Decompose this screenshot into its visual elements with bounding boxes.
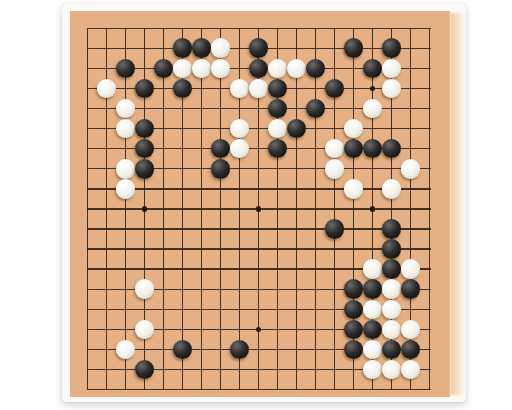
- black-stone: [344, 300, 364, 320]
- white-stone: [401, 320, 421, 340]
- black-stone: [382, 259, 402, 279]
- white-stone: [363, 259, 383, 279]
- black-stone: [135, 159, 155, 179]
- white-stone: [287, 59, 307, 79]
- white-stone: [135, 320, 155, 340]
- white-stone: [344, 119, 364, 139]
- white-stone: [363, 300, 383, 320]
- black-stone: [344, 340, 364, 360]
- white-stone: [97, 79, 117, 99]
- black-stone: [306, 59, 326, 79]
- black-stone: [382, 38, 402, 58]
- white-stone: [401, 259, 421, 279]
- white-stone: [401, 159, 421, 179]
- black-stone: [249, 38, 269, 58]
- white-stone: [382, 279, 402, 299]
- board-grid: [87, 28, 431, 391]
- black-stone: [173, 340, 193, 360]
- black-stone: [363, 59, 383, 79]
- black-stone: [268, 99, 288, 119]
- black-stone: [211, 139, 231, 159]
- white-stone: [230, 119, 250, 139]
- black-stone: [325, 79, 345, 99]
- star-point: [256, 206, 262, 212]
- grid-line-horizontal: [87, 389, 431, 390]
- black-stone: [268, 139, 288, 159]
- screenshot-stage: [0, 0, 512, 410]
- black-stone: [382, 219, 402, 239]
- black-stone: [401, 340, 421, 360]
- white-stone: [173, 59, 193, 79]
- black-stone: [344, 38, 364, 58]
- white-stone: [230, 139, 250, 159]
- black-stone: [363, 279, 383, 299]
- black-stone: [173, 79, 193, 99]
- white-stone: [268, 59, 288, 79]
- white-stone: [344, 179, 364, 199]
- white-stone: [116, 99, 136, 119]
- black-stone: [116, 59, 136, 79]
- star-point: [370, 86, 376, 92]
- white-stone: [325, 159, 345, 179]
- board-side-face: [450, 13, 465, 395]
- white-stone: [363, 360, 383, 380]
- white-stone: [382, 79, 402, 99]
- white-stone: [382, 59, 402, 79]
- black-stone: [344, 279, 364, 299]
- white-stone: [363, 340, 383, 360]
- white-stone: [116, 179, 136, 199]
- black-stone: [211, 159, 231, 179]
- white-stone: [382, 360, 402, 380]
- black-stone: [154, 59, 174, 79]
- white-stone: [135, 279, 155, 299]
- black-stone: [325, 219, 345, 239]
- white-stone: [211, 59, 231, 79]
- white-stone: [382, 320, 402, 340]
- white-stone: [363, 99, 383, 119]
- grid-line-horizontal: [87, 248, 431, 249]
- white-stone: [230, 79, 250, 99]
- white-stone: [192, 59, 212, 79]
- white-stone: [211, 38, 231, 58]
- white-stone: [116, 159, 136, 179]
- black-stone: [382, 239, 402, 259]
- grid-line-horizontal: [87, 228, 431, 229]
- white-stone: [116, 119, 136, 139]
- black-stone: [382, 340, 402, 360]
- white-stone: [249, 79, 269, 99]
- black-stone: [382, 139, 402, 159]
- black-stone: [173, 38, 193, 58]
- grid-line-vertical: [315, 28, 316, 391]
- star-point: [142, 206, 148, 212]
- black-stone: [363, 320, 383, 340]
- black-stone: [135, 139, 155, 159]
- black-stone: [192, 38, 212, 58]
- black-stone: [135, 119, 155, 139]
- black-stone: [344, 320, 364, 340]
- white-stone: [382, 179, 402, 199]
- star-point: [370, 206, 376, 212]
- grid-line-vertical: [296, 28, 297, 391]
- black-stone: [363, 139, 383, 159]
- black-stone: [268, 79, 288, 99]
- black-stone: [287, 119, 307, 139]
- black-stone: [306, 99, 326, 119]
- black-stone: [344, 139, 364, 159]
- white-stone: [382, 300, 402, 320]
- black-stone: [249, 59, 269, 79]
- black-stone: [230, 340, 250, 360]
- black-stone: [135, 79, 155, 99]
- white-stone: [268, 119, 288, 139]
- black-stone: [135, 360, 155, 380]
- white-stone: [401, 360, 421, 380]
- grid-line-vertical: [429, 28, 430, 391]
- black-stone: [401, 279, 421, 299]
- white-stone: [116, 340, 136, 360]
- star-point: [256, 327, 262, 333]
- white-stone: [325, 139, 345, 159]
